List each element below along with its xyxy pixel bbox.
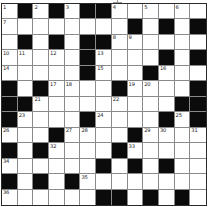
clue-number-1: 1: [3, 5, 6, 11]
cell-r9c11[interactable]: 30: [159, 128, 175, 143]
clue-number-16: 16: [160, 66, 166, 72]
clue-number-18: 18: [66, 82, 72, 88]
cell-r8c3[interactable]: [33, 112, 49, 127]
cell-r8c1-black: [2, 112, 18, 127]
cell-r10c8-black: [112, 143, 128, 158]
cell-r2c12[interactable]: [175, 19, 191, 34]
cell-r11c5[interactable]: [65, 159, 81, 174]
cell-r8c10[interactable]: [143, 112, 159, 127]
cell-r3c4-black: [49, 35, 65, 50]
cell-r12c7[interactable]: [96, 174, 112, 189]
cell-r1c4-black: [49, 4, 65, 19]
clue-number-34: 34: [3, 159, 9, 165]
cell-r13c7-black: [96, 190, 112, 205]
cell-r10c9[interactable]: 33: [128, 143, 144, 158]
cell-r1c1[interactable]: 1: [2, 4, 18, 19]
cell-r13c2[interactable]: [18, 190, 34, 205]
clue-number-3: 3: [66, 5, 69, 11]
cell-r13c6[interactable]: [80, 190, 96, 205]
cell-r12c2[interactable]: [18, 174, 34, 189]
clue-number-4: 4: [113, 5, 116, 11]
clue-number-6: 6: [176, 5, 179, 11]
cell-r2c5[interactable]: [65, 19, 81, 34]
clue-number-2: 2: [34, 5, 37, 11]
cell-r1c13[interactable]: [190, 4, 206, 19]
cell-r2c8[interactable]: [112, 19, 128, 34]
cell-r5c4[interactable]: [49, 66, 65, 81]
clue-number-10: 10: [3, 51, 9, 57]
clue-number-5: 5: [144, 5, 147, 11]
cell-r10c5[interactable]: [65, 143, 81, 158]
cell-r6c13-black: [190, 81, 206, 96]
cell-r3c5[interactable]: [65, 35, 81, 50]
cell-r6c2[interactable]: [18, 81, 34, 96]
clue-number-7: 7: [3, 20, 6, 26]
cell-r2c9-black: [128, 19, 144, 34]
cell-r11c7-black: [96, 159, 112, 174]
cell-r6c12[interactable]: [175, 81, 191, 96]
cell-r5c9[interactable]: [128, 66, 144, 81]
cell-r4c1[interactable]: 10: [2, 50, 18, 65]
cell-r5c7[interactable]: 15: [96, 66, 112, 81]
clue-number-21: 21: [34, 97, 40, 103]
cell-r9c4-black: [49, 128, 65, 143]
clue-number-27: 27: [66, 128, 72, 134]
cell-r2c11-black: [159, 19, 175, 34]
cell-r9c10[interactable]: 29: [143, 128, 159, 143]
cell-r1c12[interactable]: 6: [175, 4, 191, 19]
cell-r13c5[interactable]: [65, 190, 81, 205]
cell-r6c3-black: [33, 81, 49, 96]
cell-r5c8[interactable]: [112, 66, 128, 81]
clue-number-33: 33: [129, 144, 135, 150]
cell-r4c13-black: [190, 50, 206, 65]
cell-r11c11-black: [159, 159, 175, 174]
clue-number-24: 24: [97, 113, 103, 119]
cell-r4c11-black: [159, 50, 175, 65]
clue-number-36: 36: [3, 190, 9, 196]
cell-r4c5[interactable]: [65, 50, 81, 65]
cell-r7c13-black: [190, 97, 206, 112]
cell-r10c1-black: [2, 143, 18, 158]
cell-r13c4[interactable]: [49, 190, 65, 205]
clue-number-25: 25: [176, 113, 182, 119]
cell-r8c12[interactable]: 25: [175, 112, 191, 127]
cell-r3c6-black: [80, 35, 96, 50]
cell-r6c8-black: [112, 81, 128, 96]
clue-number-15: 15: [97, 66, 103, 72]
cell-r6c11[interactable]: [159, 81, 175, 96]
cell-r10c6[interactable]: [80, 143, 96, 158]
clue-number-9: 9: [129, 35, 132, 41]
cell-r9c3[interactable]: [33, 128, 49, 143]
cell-r1c7-black: [96, 4, 112, 19]
cell-r12c12[interactable]: [175, 174, 191, 189]
cell-r8c6-black: [80, 112, 96, 127]
cell-r1c2-black: [18, 4, 34, 19]
cell-r8c13-black: [190, 112, 206, 127]
cell-r13c9[interactable]: [128, 190, 144, 205]
cell-r13c11[interactable]: [159, 190, 175, 205]
cell-r1c3[interactable]: 2: [33, 4, 49, 19]
cell-r3c7-black: [96, 35, 112, 50]
clue-number-17: 17: [50, 82, 56, 88]
cell-r12c11[interactable]: [159, 174, 175, 189]
cell-r12c13[interactable]: [190, 174, 206, 189]
cell-r8c8[interactable]: [112, 112, 128, 127]
crossword-grid: 1234567891011121314151617181920212223242…: [1, 3, 207, 206]
cell-r3c1[interactable]: [2, 35, 18, 50]
clue-number-26: 26: [3, 128, 9, 134]
cell-r5c3[interactable]: [33, 66, 49, 81]
cell-r5c2[interactable]: [18, 66, 34, 81]
cell-r10c3-black: [33, 143, 49, 158]
cell-r9c6[interactable]: 28: [80, 128, 96, 143]
cell-r11c1[interactable]: 34: [2, 159, 18, 174]
clue-number-11: 11: [19, 51, 25, 57]
clue-number-14: 14: [3, 66, 9, 72]
cell-r2c4[interactable]: [49, 19, 65, 34]
cell-r13c12-black: [175, 190, 191, 205]
cell-r7c11[interactable]: [159, 97, 175, 112]
cell-r5c12[interactable]: [175, 66, 191, 81]
cell-r12c8[interactable]: [112, 174, 128, 189]
clue-number-13: 13: [97, 51, 103, 57]
clue-number-8: 8: [113, 35, 116, 41]
cell-r1c5[interactable]: 3: [65, 4, 81, 19]
cell-r12c5-black: [65, 174, 81, 189]
cell-r12c1-black: [2, 174, 18, 189]
cell-r11c3[interactable]: [33, 159, 49, 174]
cell-r1c8[interactable]: 4: [112, 4, 128, 19]
cell-r1c9[interactable]: [128, 4, 144, 19]
cell-r3c11[interactable]: [159, 35, 175, 50]
cell-r13c1[interactable]: 36: [2, 190, 18, 205]
cell-r10c11[interactable]: [159, 143, 175, 158]
clue-number-31: 31: [191, 128, 197, 134]
cell-r8c11-black: [159, 112, 175, 127]
cell-r7c6[interactable]: [80, 97, 96, 112]
cell-r8c9[interactable]: [128, 112, 144, 127]
cell-r9c8[interactable]: [112, 128, 128, 143]
cell-r3c8[interactable]: 8: [112, 35, 128, 50]
cell-r10c12[interactable]: [175, 143, 191, 158]
cell-r2c6[interactable]: [80, 19, 96, 34]
cell-r11c10[interactable]: [143, 159, 159, 174]
cell-r1c11[interactable]: [159, 4, 175, 19]
cell-r4c8[interactable]: [112, 50, 128, 65]
cell-r6c5[interactable]: 18: [65, 81, 81, 96]
cell-r6c4[interactable]: 17: [49, 81, 65, 96]
cell-r4c4[interactable]: 12: [49, 50, 65, 65]
cell-r3c2-black: [18, 35, 34, 50]
cell-r8c2[interactable]: 23: [18, 112, 34, 127]
cell-r8c4[interactable]: [49, 112, 65, 127]
cell-r3c13[interactable]: [190, 35, 206, 50]
cell-r5c13[interactable]: [190, 66, 206, 81]
cell-r3c12[interactable]: [175, 35, 191, 50]
cell-r7c8[interactable]: 22: [112, 97, 128, 112]
cell-r12c10[interactable]: [143, 174, 159, 189]
cell-r9c13[interactable]: 31: [190, 128, 206, 143]
cell-r2c1[interactable]: 7: [2, 19, 18, 34]
cell-r2c10[interactable]: [143, 19, 159, 34]
cell-r11c2[interactable]: [18, 159, 34, 174]
clue-number-22: 22: [113, 97, 119, 103]
cell-r2c13-black: [190, 19, 206, 34]
cell-r9c12[interactable]: [175, 128, 191, 143]
cell-r5c5[interactable]: [65, 66, 81, 81]
cell-r9c9-black: [128, 128, 144, 143]
cell-r2c7[interactable]: [96, 19, 112, 34]
cell-r6c6[interactable]: [80, 81, 96, 96]
cell-r7c10[interactable]: [143, 97, 159, 112]
cell-r13c8-black: [112, 190, 128, 205]
cell-r11c9-black: [128, 159, 144, 174]
cell-r4c10[interactable]: [143, 50, 159, 65]
cell-r10c7[interactable]: [96, 143, 112, 158]
cell-r7c5[interactable]: [65, 97, 81, 112]
cell-r12c6[interactable]: 35: [80, 174, 96, 189]
cell-r7c12-black: [175, 97, 191, 112]
cell-r3c3[interactable]: [33, 35, 49, 50]
cell-r6c10[interactable]: 20: [143, 81, 159, 96]
cell-r12c3-black: [33, 174, 49, 189]
cell-r3c9[interactable]: 9: [128, 35, 144, 50]
cell-r1c6-black: [80, 4, 96, 19]
cell-r11c4[interactable]: [49, 159, 65, 174]
cell-r12c4[interactable]: [49, 174, 65, 189]
cell-r4c12[interactable]: [175, 50, 191, 65]
cell-r5c10-black: [143, 66, 159, 81]
cell-r7c7[interactable]: [96, 97, 112, 112]
cell-r6c7[interactable]: [96, 81, 112, 96]
cell-r4c6-black: [80, 50, 96, 65]
cell-r5c6-black: [80, 66, 96, 81]
clue-number-12: 12: [50, 51, 56, 57]
cell-r7c3[interactable]: 21: [33, 97, 49, 112]
cell-r13c10-black: [143, 190, 159, 205]
cell-r5c1[interactable]: 14: [2, 66, 18, 81]
cell-r4c2[interactable]: 11: [18, 50, 34, 65]
clue-number-35: 35: [81, 175, 87, 181]
cell-r2c3[interactable]: [33, 19, 49, 34]
cell-r6c1-black: [2, 81, 18, 96]
cell-r6c9[interactable]: 19: [128, 81, 144, 96]
cell-r9c2[interactable]: [18, 128, 34, 143]
cell-r8c7[interactable]: 24: [96, 112, 112, 127]
cell-r4c3[interactable]: [33, 50, 49, 65]
clue-number-30: 30: [160, 128, 166, 134]
cell-r9c1[interactable]: 26: [2, 128, 18, 143]
cell-r11c6[interactable]: [80, 159, 96, 174]
clue-number-32: 32: [50, 144, 56, 150]
clue-number-20: 20: [144, 82, 150, 88]
cell-r13c3[interactable]: [33, 190, 49, 205]
cell-r10c4[interactable]: 32: [49, 143, 65, 158]
cell-r3c10[interactable]: [143, 35, 159, 50]
cell-r10c10[interactable]: [143, 143, 159, 158]
cell-r4c7[interactable]: 13: [96, 50, 112, 65]
cell-r12c9[interactable]: [128, 174, 144, 189]
cell-r7c2-black: [18, 97, 34, 112]
cell-r10c2[interactable]: [18, 143, 34, 158]
cell-r7c4[interactable]: [49, 97, 65, 112]
cell-r9c5[interactable]: 27: [65, 128, 81, 143]
cell-r2c2[interactable]: [18, 19, 34, 34]
cell-r4c9[interactable]: [128, 50, 144, 65]
cell-r5c11[interactable]: 16: [159, 66, 175, 81]
cell-r1c10[interactable]: 5: [143, 4, 159, 19]
cell-r9c7[interactable]: [96, 128, 112, 143]
cell-r7c1-black: [2, 97, 18, 112]
cell-r13c13[interactable]: [190, 190, 206, 205]
clue-number-28: 28: [81, 128, 87, 134]
cell-r7c9[interactable]: [128, 97, 144, 112]
clue-number-19: 19: [129, 82, 135, 88]
cell-r11c12[interactable]: [175, 159, 191, 174]
cell-r11c8[interactable]: [112, 159, 128, 174]
cell-r8c5[interactable]: [65, 112, 81, 127]
clue-number-29: 29: [144, 128, 150, 134]
cell-r11c13[interactable]: [190, 159, 206, 174]
clue-number-23: 23: [19, 113, 25, 119]
cell-r10c13[interactable]: [190, 143, 206, 158]
